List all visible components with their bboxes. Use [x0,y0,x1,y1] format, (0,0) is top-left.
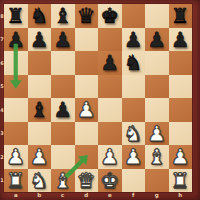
square-b8[interactable]: ♞ [28,4,52,28]
square-b6[interactable] [28,51,52,75]
file-label-c: c [51,192,75,200]
square-e1[interactable]: ♚ [98,169,122,193]
square-a2[interactable]: ♟ [4,145,28,169]
square-f6[interactable]: ♞ [122,51,146,75]
piece-white-pawn-g3[interactable]: ♟ [145,123,169,147]
piece-white-knight-b1[interactable]: ♞ [28,170,52,194]
square-f8[interactable] [122,4,146,28]
file-label-d: d [75,192,99,200]
square-f2[interactable]: ♟ [122,145,146,169]
square-d5[interactable] [75,75,99,99]
piece-black-queen-d8[interactable]: ♛ [75,5,99,29]
square-h1[interactable]: ♜ [169,169,193,193]
square-c4[interactable]: ♟ [51,98,75,122]
rank-label-8: 8 [0,4,4,28]
square-e2[interactable]: ♟ [98,145,122,169]
square-d8[interactable]: ♛ [75,4,99,28]
square-g5[interactable] [145,75,169,99]
piece-black-knight-b8[interactable]: ♞ [28,5,52,29]
square-d2[interactable] [75,145,99,169]
piece-black-pawn-c7[interactable]: ♟ [51,29,75,53]
square-c6[interactable] [51,51,75,75]
square-c7[interactable]: ♟ [51,28,75,52]
square-c2[interactable] [51,145,75,169]
chess-app-window: ♜♞♝♛♚♜♟♟♟♟♟♟♟♞♝♟♟♞♟♟♟♟♟♝♟♜♞♝♛♚♜ 87654321… [0,0,200,200]
rank-label-5: 5 [0,75,4,99]
rank-label-2: 2 [0,145,4,169]
square-e6[interactable]: ♟ [98,51,122,75]
square-c5[interactable] [51,75,75,99]
square-g3[interactable]: ♟ [145,122,169,146]
square-a5[interactable] [4,75,28,99]
piece-white-pawn-f2[interactable]: ♟ [122,146,146,170]
rank-label-7: 7 [0,28,4,52]
file-label-g: g [145,192,169,200]
piece-white-rook-h1[interactable]: ♜ [169,170,193,194]
square-b3[interactable] [28,122,52,146]
square-h2[interactable]: ♟ [169,145,193,169]
piece-black-pawn-h7[interactable]: ♟ [169,29,193,53]
square-b4[interactable]: ♝ [28,98,52,122]
square-d4[interactable]: ♟ [75,98,99,122]
square-a6[interactable] [4,51,28,75]
rank-coordinates: 87654321 [0,4,4,192]
piece-white-pawn-h2[interactable]: ♟ [169,146,193,170]
piece-white-pawn-d4[interactable]: ♟ [75,99,99,123]
square-h4[interactable] [169,98,193,122]
square-d3[interactable] [75,122,99,146]
square-a8[interactable]: ♜ [4,4,28,28]
square-e8[interactable]: ♚ [98,4,122,28]
square-d7[interactable] [75,28,99,52]
piece-black-rook-a8[interactable]: ♜ [4,5,28,29]
square-g2[interactable]: ♝ [145,145,169,169]
square-e5[interactable] [98,75,122,99]
file-label-a: a [4,192,28,200]
square-b7[interactable]: ♟ [28,28,52,52]
square-f1[interactable] [122,169,146,193]
square-e4[interactable] [98,98,122,122]
piece-black-pawn-c4[interactable]: ♟ [51,99,75,123]
square-b1[interactable]: ♞ [28,169,52,193]
square-f7[interactable]: ♟ [122,28,146,52]
square-a7[interactable]: ♟ [4,28,28,52]
piece-black-rook-h8[interactable]: ♜ [169,5,193,29]
square-b5[interactable] [28,75,52,99]
piece-white-king-e1[interactable]: ♚ [98,170,122,194]
piece-black-pawn-f7[interactable]: ♟ [122,29,146,53]
square-g8[interactable] [145,4,169,28]
square-e3[interactable] [98,122,122,146]
file-label-h: h [169,192,193,200]
square-f3[interactable]: ♞ [122,122,146,146]
square-g6[interactable] [145,51,169,75]
rank-label-3: 3 [0,122,4,146]
piece-black-pawn-b7[interactable]: ♟ [28,29,52,53]
piece-white-pawn-a2[interactable]: ♟ [4,146,28,170]
rank-label-1: 1 [0,169,4,193]
square-a1[interactable]: ♜ [4,169,28,193]
square-f5[interactable] [122,75,146,99]
piece-white-rook-a1[interactable]: ♜ [4,170,28,194]
square-h6[interactable] [169,51,193,75]
piece-white-pawn-e2[interactable]: ♟ [98,146,122,170]
piece-black-pawn-a7[interactable]: ♟ [4,29,28,53]
square-f4[interactable] [122,98,146,122]
square-d1[interactable]: ♛ [75,169,99,193]
piece-black-knight-f6[interactable]: ♞ [122,52,146,76]
square-a3[interactable] [4,122,28,146]
piece-black-pawn-e6[interactable]: ♟ [98,52,122,76]
piece-white-knight-f3[interactable]: ♞ [122,123,146,147]
square-g1[interactable] [145,169,169,193]
chess-board[interactable]: ♜♞♝♛♚♜♟♟♟♟♟♟♟♞♝♟♟♞♟♟♟♟♟♝♟♜♞♝♛♚♜ [4,4,192,192]
square-h8[interactable]: ♜ [169,4,193,28]
square-g7[interactable]: ♟ [145,28,169,52]
square-b2[interactable]: ♟ [28,145,52,169]
square-h5[interactable] [169,75,193,99]
piece-black-bishop-b4[interactable]: ♝ [28,99,52,123]
square-a4[interactable] [4,98,28,122]
rank-label-6: 6 [0,51,4,75]
file-coordinates: abcdefgh [4,192,192,200]
file-label-f: f [122,192,146,200]
piece-white-bishop-g2[interactable]: ♝ [145,146,169,170]
piece-black-king-e8[interactable]: ♚ [98,5,122,29]
square-c3[interactable] [51,122,75,146]
piece-black-pawn-g7[interactable]: ♟ [145,29,169,53]
square-e7[interactable] [98,28,122,52]
piece-white-bishop-c1[interactable]: ♝ [51,170,75,194]
square-c1[interactable]: ♝ [51,169,75,193]
piece-white-queen-d1[interactable]: ♛ [75,170,99,194]
square-d6[interactable] [75,51,99,75]
square-g4[interactable] [145,98,169,122]
file-label-b: b [28,192,52,200]
square-h3[interactable] [169,122,193,146]
square-h7[interactable]: ♟ [169,28,193,52]
piece-black-bishop-c8[interactable]: ♝ [51,5,75,29]
square-c8[interactable]: ♝ [51,4,75,28]
rank-label-4: 4 [0,98,4,122]
file-label-e: e [98,192,122,200]
piece-white-pawn-b2[interactable]: ♟ [28,146,52,170]
